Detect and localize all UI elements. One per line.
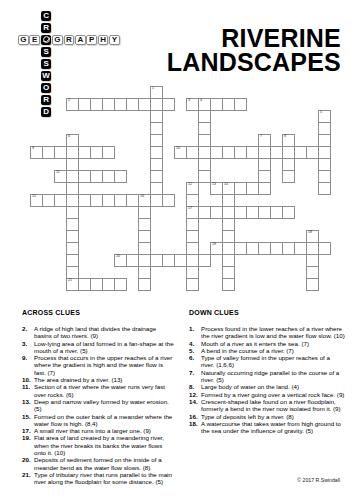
across-clue-13: 13.Deep and narrow valley formed by wate…	[22, 398, 175, 413]
across-clue-21: 21.Type of tributary river that runs par…	[22, 471, 175, 486]
grid-cell-r8-c25[interactable]	[318, 170, 331, 183]
grid-cell-r17-c7[interactable]	[102, 278, 115, 291]
clue-number: 8.	[189, 383, 201, 390]
clue-number: 4.	[189, 340, 201, 347]
grid-cell-r5-c25[interactable]	[318, 134, 331, 147]
grid-cell-r8-c5[interactable]	[78, 170, 91, 183]
clue-text: Large body of water on the land. (4)	[201, 383, 345, 390]
logo-letter-tile-s-v3: S	[41, 47, 52, 58]
clue-text: A watercourse that takes water from high…	[201, 420, 345, 435]
logo-letter-tile-s-v4: S	[41, 59, 52, 70]
grid-clue-number-12: 12	[188, 183, 192, 187]
grid-cell-r10-c4[interactable]	[66, 194, 79, 207]
down-clues-panel: DOWN CLUES 1.Process found in the lower …	[189, 309, 345, 434]
grid-cell-r10-c14[interactable]	[186, 194, 199, 207]
across-clues-list: 2.A ridge of high land that divides the …	[22, 325, 175, 486]
logo-letter-tile-h-h7: H	[98, 35, 109, 46]
grid-cell-r5-c20[interactable]: 7	[258, 134, 271, 147]
grid-cell-r9-c16[interactable]: 13	[210, 182, 223, 195]
grid-cell-r2-c6[interactable]	[90, 98, 103, 111]
clue-text: Formed on the outer bank of a meander wh…	[34, 413, 175, 428]
grid-clue-number-7: 7	[260, 135, 262, 139]
grid-cell-r15-c4[interactable]	[66, 254, 79, 267]
grid-clue-number-3: 3	[188, 99, 190, 103]
grid-cell-r5-c22[interactable]: 8	[282, 134, 295, 147]
grid-cell-r6-c22[interactable]	[282, 146, 295, 159]
grid-cell-r5-c4[interactable]: 6	[66, 134, 79, 147]
grid-cell-r8-c11[interactable]	[150, 170, 163, 183]
grid-clue-number-17: 17	[188, 207, 192, 211]
down-clue-1: 1.Process found in the lower reaches of …	[189, 325, 345, 340]
grid-cell-r16-c24[interactable]	[306, 266, 319, 279]
grid-cell-r6-c2[interactable]	[42, 146, 55, 159]
clue-text: Process found in the lower reaches of a …	[201, 325, 345, 340]
grid-clue-number-13: 13	[212, 183, 216, 187]
grid-cell-r6-c13[interactable]: 10	[174, 146, 187, 159]
down-clue-7: 7.Naturally occurring ridge parallel to …	[189, 369, 345, 384]
grid-cell-r4-c25[interactable]	[318, 122, 331, 135]
grid-cell-r6-c15[interactable]	[198, 146, 211, 159]
grid-cell-r2-c16[interactable]	[210, 98, 223, 111]
grid-cell-r10-c11[interactable]	[150, 194, 163, 207]
globe-o-icon	[42, 35, 51, 44]
clue-text: Section of a river where the water runs …	[34, 383, 175, 398]
grid-cell-r11-c4[interactable]	[66, 206, 79, 219]
grid-cell-r9-c4[interactable]	[66, 182, 79, 195]
across-clue-3: 3.Low-lying area of land formed in a fan…	[22, 340, 175, 355]
grid-cell-r11-c20[interactable]	[258, 206, 271, 219]
grid-cell-r9-c18[interactable]	[234, 182, 247, 195]
grid-cell-r8-c6[interactable]	[90, 170, 103, 183]
grid-cell-r7-c20[interactable]	[258, 158, 271, 171]
down-clue-18: 18.A watercourse that takes water from h…	[189, 420, 345, 435]
clue-number: 21.	[22, 471, 34, 486]
clue-number: 1.	[189, 325, 201, 340]
grid-clue-number-16: 16	[140, 195, 144, 199]
grid-cell-r2-c15[interactable]: 4	[198, 98, 211, 111]
clue-text: Flat area of land created by a meanderin…	[34, 434, 175, 456]
grid-cell-r17-c10[interactable]	[138, 278, 151, 291]
clue-number: 20.	[22, 456, 34, 471]
grid-cell-r15-c9[interactable]	[126, 254, 139, 267]
grid-cell-r10-c1[interactable]: 15	[30, 194, 43, 207]
grid-cell-r9-c19[interactable]	[246, 182, 259, 195]
logo-letter-tile-e-h1: E	[29, 35, 40, 46]
across-clue-2: 2.A ridge of high land that divides the …	[22, 325, 175, 340]
copyright-footer: © 2017 R.Swindall	[297, 477, 340, 483]
grid-clue-number-9: 9	[32, 147, 34, 151]
grid-clue-number-14: 14	[224, 183, 228, 187]
grid-cell-r14-c20[interactable]	[258, 242, 271, 255]
grid-cell-r10-c10[interactable]: 16	[138, 194, 151, 207]
grid-cell-r13-c14[interactable]	[186, 230, 199, 243]
grid-cell-r14-c25[interactable]	[318, 242, 331, 255]
grid-cell-r8-c4[interactable]	[66, 170, 79, 183]
clue-number: 6.	[189, 354, 201, 369]
grid-cell-r14-c24[interactable]	[306, 242, 319, 255]
grid-clue-number-21: 21	[68, 279, 72, 283]
grid-cell-r6-c4[interactable]	[66, 146, 79, 159]
clue-number: 19.	[22, 434, 34, 456]
grid-clue-number-2: 2	[68, 99, 70, 103]
grid-cell-r17-c24[interactable]	[306, 278, 319, 291]
grid-cell-r6-c6[interactable]	[90, 146, 103, 159]
down-clues-header: DOWN CLUES	[189, 309, 345, 316]
clue-number: 3.	[22, 340, 34, 355]
grid-cell-r14-c4[interactable]	[66, 242, 79, 255]
logo-letter-tile-g-h3: G	[52, 35, 63, 46]
grid-cell-r12-c14[interactable]	[186, 218, 199, 231]
grid-cell-r15-c11[interactable]	[150, 254, 163, 267]
grid-cell-r6-c14[interactable]	[186, 146, 199, 159]
grid-cell-r15-c8[interactable]: 20	[114, 254, 127, 267]
across-clues-panel: ACROSS CLUES 2.A ridge of high land that…	[22, 309, 175, 486]
across-clue-15: 15.Formed on the outer bank of a meander…	[22, 413, 175, 428]
grid-cell-r10-c7[interactable]	[102, 194, 115, 207]
grid-clue-number-4: 4	[200, 99, 202, 103]
grid-cell-r15-c15[interactable]	[198, 254, 211, 267]
clue-number: 18.	[189, 420, 201, 435]
grid-cell-r10-c9[interactable]	[126, 194, 139, 207]
grid-cell-r7-c15[interactable]	[198, 158, 211, 171]
across-clue-11: 11.Section of a river where the water ru…	[22, 383, 175, 398]
grid-cell-r6-c19[interactable]	[246, 146, 259, 159]
grid-cell-r2-c12[interactable]	[162, 98, 175, 111]
down-clue-14: 14.Crescent-shaped lake found on a river…	[189, 398, 345, 413]
clue-number: 10.	[22, 376, 34, 383]
grid-cell-r14-c14[interactable]	[186, 242, 199, 255]
grid-cell-r15-c17[interactable]	[222, 254, 235, 267]
grid-cell-r6-c3[interactable]	[54, 146, 67, 159]
grid-cell-r11-c14[interactable]: 17	[186, 206, 199, 219]
grid-cell-r7-c22[interactable]	[282, 158, 295, 171]
clue-number: 7.	[189, 369, 201, 384]
grid-cell-r17-c8[interactable]	[114, 278, 127, 291]
grid-cell-r16-c17[interactable]	[222, 266, 235, 279]
logo-letter-tile-r-v1: R	[41, 23, 52, 34]
grid-cell-r6-c11[interactable]	[150, 146, 163, 159]
clue-number: 5.	[189, 347, 201, 354]
grid-cell-r17-c6[interactable]	[90, 278, 103, 291]
grid-cell-r12-c4[interactable]	[66, 218, 79, 231]
logo-letter-tile-p-h6: P	[86, 35, 97, 46]
grid-cell-r7-c11[interactable]	[150, 158, 163, 171]
clue-number: 11.	[22, 383, 34, 398]
grid-cell-r6-c16[interactable]	[210, 146, 223, 159]
grid-cell-r8-c3[interactable]: 11	[54, 170, 67, 183]
clue-text: Type of tributary river that runs parall…	[34, 471, 175, 486]
down-clues-list: 1.Process found in the lower reaches of …	[189, 325, 345, 434]
grid-cell-r10-c5[interactable]	[78, 194, 91, 207]
page-title-line2: LANDSCAPES	[167, 48, 341, 76]
grid-cell-r17-c5[interactable]	[78, 278, 91, 291]
grid-cell-r10-c17[interactable]	[222, 194, 235, 207]
grid-cell-r15-c12[interactable]	[162, 254, 175, 267]
grid-cell-r5-c15[interactable]	[198, 134, 211, 147]
grid-clue-number-6: 6	[68, 135, 70, 139]
grid-cell-r9-c17[interactable]: 14	[222, 182, 235, 195]
grid-cell-r17-c14[interactable]	[186, 278, 199, 291]
grid-cell-r6-c20[interactable]	[258, 146, 271, 159]
grid-cell-r16-c10[interactable]	[138, 266, 151, 279]
grid-clue-number-5: 5	[320, 111, 322, 115]
page-title: RIVERINELANDSCAPES	[167, 27, 341, 74]
grid-cell-r6-c7[interactable]	[102, 146, 115, 159]
grid-clue-number-20: 20	[116, 255, 120, 259]
logo-letter-tile-w-v5: W	[41, 71, 52, 82]
grid-cell-r10-c8[interactable]	[114, 194, 127, 207]
clue-text: Deep and narrow valley formed by water e…	[34, 398, 175, 413]
grid-cell-r6-c24[interactable]	[306, 146, 319, 159]
grid-cell-r9-c25[interactable]	[318, 182, 331, 195]
clue-number: 9.	[22, 354, 34, 376]
grid-cell-r8-c15[interactable]	[198, 170, 211, 183]
grid-cell-r10-c6[interactable]	[90, 194, 103, 207]
down-clue-5: 5.A bend in the course of a river. (7)	[189, 347, 345, 354]
grid-clue-number-1: 1	[152, 87, 154, 91]
across-clue-10: 10.The area drained by a river. (13)	[22, 376, 175, 383]
grid-cell-r6-c18[interactable]	[234, 146, 247, 159]
grid-cell-r8-c22[interactable]	[282, 170, 295, 183]
clue-text: Crescent-shaped lake found on a river fl…	[201, 398, 345, 413]
grid-cell-r2-c9[interactable]	[126, 98, 139, 111]
grid-cell-r3-c11[interactable]	[150, 110, 163, 123]
grid-cell-r14-c19[interactable]	[246, 242, 259, 255]
grid-cell-r8-c8[interactable]	[114, 170, 127, 183]
grid-cell-r14-c21[interactable]	[270, 242, 283, 255]
grid-cell-r4-c11[interactable]	[150, 122, 163, 135]
grid-cell-r11-c19[interactable]	[246, 206, 259, 219]
grid-cell-r6-c5[interactable]	[78, 146, 91, 159]
logo-letter-tile-c-v0: C	[41, 11, 52, 22]
clue-number: 13.	[22, 398, 34, 413]
across-clues-header: ACROSS CLUES	[22, 309, 175, 316]
grid-cell-r2-c5[interactable]	[78, 98, 91, 111]
grid-clue-number-19: 19	[212, 243, 216, 247]
logo-globe-o-tile	[41, 35, 52, 46]
logo-letter-tile-g-h0: G	[18, 35, 29, 46]
grid-cell-r4-c15[interactable]	[198, 122, 211, 135]
grid-cell-r2-c14[interactable]: 3	[186, 98, 199, 111]
clue-text: Mouth of a river as it enters the sea. (…	[201, 340, 345, 347]
grid-cell-r1-c11[interactable]: 1	[150, 86, 163, 99]
worksheet-page: CRSSWORD GEGRAPHY RIVERINELANDSCAPES 123…	[0, 0, 354, 500]
grid-clue-number-8: 8	[284, 135, 286, 139]
clue-text: Type of valley formed in the upper reach…	[201, 354, 345, 369]
grid-cell-r14-c18[interactable]	[234, 242, 247, 255]
grid-cell-r2-c18[interactable]	[234, 98, 247, 111]
grid-clue-number-11: 11	[56, 171, 60, 175]
clue-number: 12.	[189, 391, 201, 398]
grid-cell-r6-c25[interactable]	[318, 146, 331, 159]
grid-cell-r17-c4[interactable]: 21	[66, 278, 79, 291]
grid-clue-number-18: 18	[308, 231, 312, 235]
clue-number: 15.	[22, 413, 34, 428]
grid-cell-r11-c10[interactable]	[138, 206, 151, 219]
grid-cell-r16-c4[interactable]	[66, 266, 79, 279]
grid-cell-r2-c8[interactable]	[114, 98, 127, 111]
grid-cell-r11-c17[interactable]	[222, 206, 235, 219]
clue-number: 2.	[22, 325, 34, 340]
grid-cell-r6-c17[interactable]	[222, 146, 235, 159]
grid-cell-r10-c2[interactable]	[42, 194, 55, 207]
grid-cell-r3-c15[interactable]	[198, 110, 211, 123]
grid-cell-r14-c16[interactable]: 19	[210, 242, 223, 255]
clue-text: Low-lying area of land formed in a fan-s…	[34, 340, 175, 355]
grid-cell-r11-c22[interactable]	[282, 206, 295, 219]
grid-cell-r13-c24[interactable]: 18	[306, 230, 319, 243]
grid-clue-number-10: 10	[176, 147, 180, 151]
clue-text: Type of deposits left by a river. (8)	[201, 413, 345, 420]
down-clue-6: 6.Type of valley formed in the upper rea…	[189, 354, 345, 369]
clue-number: 16.	[189, 413, 201, 420]
grid-cell-r10-c12[interactable]	[162, 194, 175, 207]
grid-cell-r13-c10[interactable]	[138, 230, 151, 243]
grid-cell-r15-c10[interactable]	[138, 254, 151, 267]
crossword-grid: 123456789101112131415161718192021	[30, 86, 332, 292]
grid-cell-r8-c7[interactable]	[102, 170, 115, 183]
grid-cell-r3-c25[interactable]: 5	[318, 110, 331, 123]
grid-cell-r14-c17[interactable]	[222, 242, 235, 255]
grid-cell-r8-c20[interactable]	[258, 170, 271, 183]
grid-cell-r6-c21[interactable]	[270, 146, 283, 159]
grid-cell-r17-c17[interactable]	[222, 278, 235, 291]
clue-text: Formed by a river going over a vertical …	[201, 391, 345, 398]
down-clue-4: 4.Mouth of a river as it enters the sea.…	[189, 340, 345, 347]
down-clue-16: 16.Type of deposits left by a river. (8)	[189, 413, 345, 420]
grid-cell-r2-c4[interactable]: 2	[66, 98, 79, 111]
grid-cell-r13-c4[interactable]	[66, 230, 79, 243]
grid-cell-r14-c10[interactable]	[138, 242, 151, 255]
grid-cell-r2-c17[interactable]	[222, 98, 235, 111]
logo-letter-tile-r-h4: R	[64, 35, 75, 46]
clue-text: Deposits of sediment formed on the insid…	[34, 456, 175, 471]
grid-cell-r13-c17[interactable]	[222, 230, 235, 243]
grid-clue-number-15: 15	[32, 195, 36, 199]
logo-letter-tile-y-h8: Y	[109, 35, 120, 46]
grid-cell-r12-c17[interactable]	[222, 218, 235, 231]
grid-cell-r14-c22[interactable]	[282, 242, 295, 255]
grid-cell-r11-c16[interactable]	[210, 206, 223, 219]
clue-text: A small river that runs into a larger on…	[34, 427, 175, 434]
grid-cell-r9-c11[interactable]	[150, 182, 163, 195]
clue-number: 17.	[22, 427, 34, 434]
across-clue-17: 17.A small river that runs into a larger…	[22, 427, 175, 434]
grid-cell-r15-c14[interactable]	[186, 254, 199, 267]
grid-cell-r2-c11[interactable]	[150, 98, 163, 111]
grid-cell-r5-c11[interactable]	[150, 134, 163, 147]
clue-number: 14.	[189, 398, 201, 413]
grid-cell-r15-c13[interactable]	[174, 254, 187, 267]
grid-cell-r15-c24[interactable]	[306, 254, 319, 267]
down-clue-8: 8.Large body of water on the land. (4)	[189, 383, 345, 390]
grid-cell-r6-c23[interactable]	[294, 146, 307, 159]
grid-cell-r11-c15[interactable]	[198, 206, 211, 219]
logo-letter-tile-a-h5: A	[75, 35, 86, 46]
clue-text: Process that occurs in the upper reaches…	[34, 354, 175, 376]
grid-cell-r9-c20[interactable]	[258, 182, 271, 195]
grid-cell-r11-c18[interactable]	[234, 206, 247, 219]
grid-cell-r9-c14[interactable]: 12	[186, 182, 199, 195]
clue-text: The area drained by a river. (13)	[34, 376, 175, 383]
grid-cell-r2-c7[interactable]	[102, 98, 115, 111]
across-clue-19: 19.Flat area of land created by a meande…	[22, 434, 175, 456]
across-clue-20: 20.Deposits of sediment formed on the in…	[22, 456, 175, 471]
clue-text: A bend in the course of a river. (7)	[201, 347, 345, 354]
grid-cell-r6-c1[interactable]: 9	[30, 146, 43, 159]
grid-cell-r2-c10[interactable]	[138, 98, 151, 111]
clue-text: A ridge of high land that divides the dr…	[34, 325, 175, 340]
grid-cell-r12-c10[interactable]	[138, 218, 151, 231]
grid-cell-r14-c23[interactable]	[294, 242, 307, 255]
grid-cell-r7-c4[interactable]	[66, 158, 79, 171]
clue-text: Naturally occurring ridge parallel to th…	[201, 369, 345, 384]
grid-cell-r11-c21[interactable]	[270, 206, 283, 219]
grid-cell-r10-c3[interactable]	[54, 194, 67, 207]
down-clue-12: 12.Formed by a river going over a vertic…	[189, 391, 345, 398]
grid-cell-r16-c14[interactable]	[186, 266, 199, 279]
across-clue-9: 9.Process that occurs in the upper reach…	[22, 354, 175, 376]
grid-cell-r7-c25[interactable]	[318, 158, 331, 171]
